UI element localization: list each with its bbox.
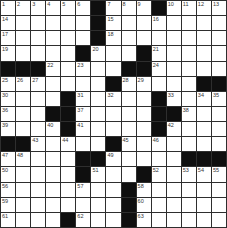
crossword-board: 1234567891011121314151617181920212223242… xyxy=(0,0,227,228)
grid-cell-r14c7[interactable] xyxy=(91,198,105,212)
grid-cell-r1c14[interactable]: 12 xyxy=(197,1,211,15)
grid-cell-r5c12[interactable] xyxy=(167,62,181,76)
grid-cell-r14c3[interactable] xyxy=(31,198,45,212)
grid-cell-r4c12[interactable] xyxy=(167,46,181,60)
grid-cell-r3c11[interactable] xyxy=(152,31,166,45)
black-cell-r6c14 xyxy=(197,77,211,91)
grid-cell-r10c6[interactable] xyxy=(76,137,90,151)
grid-cell-r1c8[interactable]: 7 xyxy=(106,1,120,15)
grid-cell-r3c6[interactable] xyxy=(76,31,90,45)
clue-number-1: 1 xyxy=(2,1,5,7)
grid-cell-r9c4[interactable]: 40 xyxy=(46,122,60,136)
grid-cell-r15c11[interactable] xyxy=(152,213,166,227)
grid-cell-r6c13[interactable] xyxy=(182,77,196,91)
grid-cell-r3c2[interactable] xyxy=(16,31,30,45)
grid-cell-r5c11[interactable]: 24 xyxy=(152,62,166,76)
grid-cell-r7c15[interactable]: 35 xyxy=(212,92,226,106)
grid-cell-r6c7[interactable] xyxy=(91,77,105,91)
grid-cell-r9c13[interactable] xyxy=(182,122,196,136)
clue-number-61: 61 xyxy=(2,213,8,219)
grid-cell-r6c5[interactable] xyxy=(61,77,75,91)
clue-number-31: 31 xyxy=(77,92,83,98)
grid-cell-r10c11[interactable]: 46 xyxy=(152,137,166,151)
grid-cell-r3c15[interactable] xyxy=(212,31,226,45)
grid-cell-r2c13[interactable] xyxy=(182,16,196,30)
grid-cell-r13c15[interactable] xyxy=(212,183,226,197)
grid-cell-r9c10[interactable] xyxy=(137,122,151,136)
black-cell-r11c6 xyxy=(76,152,90,166)
grid-cell-r3c1[interactable]: 17 xyxy=(1,31,15,45)
grid-cell-r12c15[interactable]: 55 xyxy=(212,167,226,181)
black-cell-r14c9 xyxy=(122,198,136,212)
grid-cell-r11c2[interactable]: 48 xyxy=(16,152,30,166)
grid-cell-r5c6[interactable]: 23 xyxy=(76,62,90,76)
grid-cell-r8c9[interactable] xyxy=(122,107,136,121)
clue-number-60: 60 xyxy=(138,198,144,204)
grid-cell-r8c1[interactable]: 36 xyxy=(1,107,15,121)
clue-number-29: 29 xyxy=(138,77,144,83)
clue-number-4: 4 xyxy=(47,1,50,7)
grid-cell-r7c1[interactable]: 30 xyxy=(1,92,15,106)
clue-number-28: 28 xyxy=(123,77,129,83)
grid-cell-r7c2[interactable] xyxy=(16,92,30,106)
grid-cell-r6c1[interactable]: 25 xyxy=(1,77,15,91)
black-cell-r1c7 xyxy=(91,1,105,15)
grid-cell-r15c14[interactable] xyxy=(197,213,211,227)
grid-cell-r9c3[interactable] xyxy=(31,122,45,136)
black-cell-r5c2 xyxy=(16,62,30,76)
grid-cell-r10c5[interactable]: 44 xyxy=(61,137,75,151)
grid-cell-r12c12[interactable] xyxy=(167,167,181,181)
clue-number-59: 59 xyxy=(2,198,8,204)
grid-cell-r7c14[interactable]: 34 xyxy=(197,92,211,106)
grid-cell-r10c15[interactable] xyxy=(212,137,226,151)
black-cell-r15c5 xyxy=(61,213,75,227)
grid-cell-r12c11[interactable]: 52 xyxy=(152,167,166,181)
clue-number-41: 41 xyxy=(77,122,83,128)
grid-cell-r15c6[interactable]: 62 xyxy=(76,213,90,227)
grid-cell-r15c8[interactable] xyxy=(106,213,120,227)
grid-cell-r12c2[interactable] xyxy=(16,167,30,181)
grid-cell-r1c4[interactable]: 4 xyxy=(46,1,60,15)
grid-cell-r8c2[interactable] xyxy=(16,107,30,121)
grid-cell-r15c13[interactable] xyxy=(182,213,196,227)
grid-cell-r4c5[interactable] xyxy=(61,46,75,60)
black-cell-r2c7 xyxy=(91,16,105,30)
grid-cell-r7c13[interactable] xyxy=(182,92,196,106)
grid-cell-r4c1[interactable]: 19 xyxy=(1,46,15,60)
clue-number-39: 39 xyxy=(2,122,8,128)
grid-cell-r14c2[interactable] xyxy=(16,198,30,212)
clue-number-8: 8 xyxy=(123,1,126,7)
grid-cell-r15c7[interactable] xyxy=(91,213,105,227)
clue-number-47: 47 xyxy=(2,152,8,158)
grid-cell-r12c13[interactable]: 53 xyxy=(182,167,196,181)
grid-cell-r1c13[interactable]: 11 xyxy=(182,1,196,15)
black-cell-r7c5 xyxy=(61,92,75,106)
grid-cell-r1c6[interactable]: 6 xyxy=(76,1,90,15)
grid-cell-r9c7[interactable] xyxy=(91,122,105,136)
clue-number-14: 14 xyxy=(2,16,8,22)
grid-cell-r8c6[interactable]: 37 xyxy=(76,107,90,121)
grid-cell-r15c4[interactable] xyxy=(46,213,60,227)
clue-number-51: 51 xyxy=(92,167,98,173)
clue-number-54: 54 xyxy=(198,167,204,173)
clue-number-21: 21 xyxy=(153,46,159,52)
clue-number-5: 5 xyxy=(62,1,65,7)
grid-cell-r7c8[interactable]: 32 xyxy=(106,92,120,106)
grid-cell-r6c3[interactable]: 27 xyxy=(31,77,45,91)
grid-cell-r1c9[interactable]: 8 xyxy=(122,1,136,15)
grid-cell-r10c13[interactable] xyxy=(182,137,196,151)
clue-number-48: 48 xyxy=(17,152,23,158)
grid-cell-r11c8[interactable]: 49 xyxy=(106,152,120,166)
black-cell-r15c9 xyxy=(122,213,136,227)
grid-cell-r13c4[interactable] xyxy=(46,183,60,197)
grid-cell-r13c12[interactable] xyxy=(167,183,181,197)
black-cell-r4c10 xyxy=(137,46,151,60)
grid-cell-r15c12[interactable] xyxy=(167,213,181,227)
grid-cell-r1c1[interactable]: 1 xyxy=(1,1,15,15)
clue-number-45: 45 xyxy=(123,137,129,143)
clue-number-34: 34 xyxy=(198,92,204,98)
grid-cell-r2c3[interactable] xyxy=(31,16,45,30)
clue-number-6: 6 xyxy=(77,1,80,7)
black-cell-r5c1 xyxy=(1,62,15,76)
grid-cell-r9c9[interactable] xyxy=(122,122,136,136)
grid-cell-r8c8[interactable] xyxy=(106,107,120,121)
black-cell-r1c11 xyxy=(152,1,166,15)
grid-cell-r10c14[interactable] xyxy=(197,137,211,151)
grid-cell-r15c1[interactable]: 61 xyxy=(1,213,15,227)
grid-cell-r14c8[interactable] xyxy=(106,198,120,212)
grid-cell-r3c14[interactable] xyxy=(197,31,211,45)
grid-cell-r4c4[interactable] xyxy=(46,46,60,60)
grid-cell-r13c3[interactable] xyxy=(31,183,45,197)
clue-number-17: 17 xyxy=(2,31,8,37)
black-cell-r10c8 xyxy=(106,137,120,151)
grid-cell-r11c5[interactable] xyxy=(61,152,75,166)
clue-number-53: 53 xyxy=(183,167,189,173)
clue-number-43: 43 xyxy=(32,137,38,143)
grid-cell-r14c5[interactable] xyxy=(61,198,75,212)
grid-cell-r9c8[interactable] xyxy=(106,122,120,136)
clue-number-24: 24 xyxy=(153,62,159,68)
grid-cell-r5c15[interactable] xyxy=(212,62,226,76)
black-cell-r8c5 xyxy=(61,107,75,121)
grid-cell-r6c6[interactable] xyxy=(76,77,90,91)
grid-cell-r2c12[interactable] xyxy=(167,16,181,30)
grid-cell-r14c6[interactable] xyxy=(76,198,90,212)
clue-number-12: 12 xyxy=(198,1,204,7)
clue-number-25: 25 xyxy=(2,77,8,83)
grid-cell-r14c10[interactable]: 60 xyxy=(137,198,151,212)
clue-number-35: 35 xyxy=(213,92,219,98)
clue-number-46: 46 xyxy=(153,137,159,143)
grid-cell-r13c6[interactable]: 57 xyxy=(76,183,90,197)
black-cell-r9c11 xyxy=(152,122,166,136)
grid-cell-r2c8[interactable]: 15 xyxy=(106,16,120,30)
grid-cell-r2c15[interactable] xyxy=(212,16,226,30)
clue-number-16: 16 xyxy=(153,16,159,22)
clue-number-10: 10 xyxy=(168,1,174,7)
grid-cell-r15c10[interactable]: 63 xyxy=(137,213,151,227)
black-cell-r11c7 xyxy=(91,152,105,166)
clue-number-37: 37 xyxy=(77,107,83,113)
clue-number-50: 50 xyxy=(2,167,8,173)
grid-cell-r15c2[interactable] xyxy=(16,213,30,227)
black-cell-r11c13 xyxy=(182,152,196,166)
grid-cell-r13c8[interactable] xyxy=(106,183,120,197)
grid-cell-r7c3[interactable] xyxy=(31,92,45,106)
grid-cell-r8c15[interactable] xyxy=(212,107,226,121)
clue-number-27: 27 xyxy=(32,77,38,83)
clue-number-20: 20 xyxy=(92,46,98,52)
black-cell-r5c10 xyxy=(137,62,151,76)
grid-cell-r9c15[interactable] xyxy=(212,122,226,136)
grid-cell-r11c10[interactable] xyxy=(137,152,151,166)
grid-cell-r14c1[interactable]: 59 xyxy=(1,198,15,212)
grid-cell-r13c1[interactable]: 56 xyxy=(1,183,15,197)
grid-cell-r13c7[interactable] xyxy=(91,183,105,197)
clue-number-11: 11 xyxy=(183,1,189,7)
grid-cell-r15c15[interactable] xyxy=(212,213,226,227)
grid-cell-r2c9[interactable] xyxy=(122,16,136,30)
black-cell-r5c3 xyxy=(31,62,45,76)
grid-cell-r4c7[interactable]: 20 xyxy=(91,46,105,60)
grid-cell-r14c13[interactable] xyxy=(182,198,196,212)
grid-cell-r11c1[interactable]: 47 xyxy=(1,152,15,166)
grid-cell-r8c14[interactable] xyxy=(197,107,211,121)
grid-cell-r9c12[interactable]: 42 xyxy=(167,122,181,136)
grid-cell-r8c13[interactable]: 38 xyxy=(182,107,196,121)
clue-number-32: 32 xyxy=(107,92,113,98)
clue-number-44: 44 xyxy=(62,137,68,143)
grid-cell-r7c6[interactable]: 31 xyxy=(76,92,90,106)
grid-cell-r3c10[interactable] xyxy=(137,31,151,45)
grid-cell-r13c14[interactable] xyxy=(197,183,211,197)
grid-cell-r11c12[interactable] xyxy=(167,152,181,166)
grid-cell-r13c5[interactable] xyxy=(61,183,75,197)
clue-number-57: 57 xyxy=(77,183,83,189)
black-cell-r13c9 xyxy=(122,183,136,197)
grid-cell-r6c12[interactable] xyxy=(167,77,181,91)
clue-number-36: 36 xyxy=(2,107,8,113)
clue-number-49: 49 xyxy=(107,152,113,158)
grid-cell-r4c14[interactable] xyxy=(197,46,211,60)
grid-cell-r13c11[interactable] xyxy=(152,183,166,197)
grid-cell-r12c9[interactable] xyxy=(122,167,136,181)
clue-number-13: 13 xyxy=(213,1,219,7)
clue-number-18: 18 xyxy=(107,31,113,37)
grid-cell-r11c9[interactable] xyxy=(122,152,136,166)
black-cell-r4c6 xyxy=(76,46,90,60)
clue-number-3: 3 xyxy=(32,1,35,7)
grid-cell-r1c12[interactable]: 10 xyxy=(167,1,181,15)
black-cell-r12c10 xyxy=(137,167,151,181)
grid-cell-r12c4[interactable] xyxy=(46,167,60,181)
clue-number-2: 2 xyxy=(17,1,20,7)
grid-cell-r4c15[interactable] xyxy=(212,46,226,60)
crossword-puzzle: 1234567891011121314151617181920212223242… xyxy=(0,0,227,228)
clue-number-55: 55 xyxy=(213,167,219,173)
grid-cell-r11c4[interactable] xyxy=(46,152,60,166)
grid-cell-r6c2[interactable]: 26 xyxy=(16,77,30,91)
grid-cell-r1c10[interactable]: 9 xyxy=(137,1,151,15)
clue-number-30: 30 xyxy=(2,92,8,98)
grid-cell-r6c11[interactable] xyxy=(152,77,166,91)
black-cell-r6c15 xyxy=(212,77,226,91)
black-cell-r11c14 xyxy=(197,152,211,166)
grid-cell-r7c9[interactable] xyxy=(122,92,136,106)
black-cell-r8c12 xyxy=(167,107,181,121)
grid-cell-r6c4[interactable] xyxy=(46,77,60,91)
grid-cell-r12c7[interactable]: 51 xyxy=(91,167,105,181)
grid-cell-r9c14[interactable] xyxy=(197,122,211,136)
clue-number-19: 19 xyxy=(2,46,8,52)
clue-number-26: 26 xyxy=(17,77,23,83)
grid-cell-r2c1[interactable]: 14 xyxy=(1,16,15,30)
black-cell-r12c6 xyxy=(76,167,90,181)
grid-cell-r14c14[interactable] xyxy=(197,198,211,212)
grid-cell-r14c4[interactable] xyxy=(46,198,60,212)
black-cell-r9c5 xyxy=(61,122,75,136)
clue-number-52: 52 xyxy=(153,167,159,173)
grid-cell-r14c15[interactable] xyxy=(212,198,226,212)
grid-cell-r12c5[interactable] xyxy=(61,167,75,181)
clue-number-38: 38 xyxy=(183,107,189,113)
grid-cell-r7c4[interactable] xyxy=(46,92,60,106)
grid-cell-r10c7[interactable] xyxy=(91,137,105,151)
black-cell-r8c4 xyxy=(46,107,60,121)
grid-cell-r7c7[interactable] xyxy=(91,92,105,106)
black-cell-r8c11 xyxy=(152,107,166,121)
clue-number-42: 42 xyxy=(168,122,174,128)
clue-number-33: 33 xyxy=(168,92,174,98)
grid-cell-r12c8[interactable] xyxy=(106,167,120,181)
grid-cell-r15c3[interactable] xyxy=(31,213,45,227)
grid-cell-r2c5[interactable] xyxy=(61,16,75,30)
grid-cell-r14c11[interactable] xyxy=(152,198,166,212)
black-cell-r10c2 xyxy=(16,137,30,151)
grid-cell-r4c2[interactable] xyxy=(16,46,30,60)
grid-cell-r11c11[interactable] xyxy=(152,152,166,166)
grid-cell-r5c7[interactable] xyxy=(91,62,105,76)
grid-cell-r6c9[interactable]: 28 xyxy=(122,77,136,91)
grid-cell-r3c8[interactable]: 18 xyxy=(106,31,120,45)
grid-cell-r5c13[interactable] xyxy=(182,62,196,76)
grid-cell-r10c4[interactable] xyxy=(46,137,60,151)
grid-cell-r13c13[interactable] xyxy=(182,183,196,197)
grid-cell-r12c3[interactable] xyxy=(31,167,45,181)
grid-cell-r10c9[interactable]: 45 xyxy=(122,137,136,151)
grid-cell-r4c9[interactable] xyxy=(122,46,136,60)
grid-cell-r4c11[interactable]: 21 xyxy=(152,46,166,60)
clue-number-22: 22 xyxy=(47,62,53,68)
grid-cell-r12c14[interactable]: 54 xyxy=(197,167,211,181)
grid-cell-r11c3[interactable] xyxy=(31,152,45,166)
grid-cell-r8c3[interactable] xyxy=(31,107,45,121)
clue-number-7: 7 xyxy=(107,1,110,7)
grid-cell-r7c10[interactable] xyxy=(137,92,151,106)
grid-cell-r7c12[interactable]: 33 xyxy=(167,92,181,106)
grid-cell-r13c10[interactable]: 58 xyxy=(137,183,151,197)
grid-cell-r1c3[interactable]: 3 xyxy=(31,1,45,15)
grid-cell-r2c4[interactable] xyxy=(46,16,60,30)
grid-cell-r2c14[interactable] xyxy=(197,16,211,30)
grid-cell-r2c10[interactable] xyxy=(137,16,151,30)
clue-number-56: 56 xyxy=(2,183,8,189)
grid-cell-r1c15[interactable]: 13 xyxy=(212,1,226,15)
grid-cell-r10c12[interactable] xyxy=(167,137,181,151)
grid-cell-r10c3[interactable]: 43 xyxy=(31,137,45,151)
grid-cell-r4c8[interactable] xyxy=(106,46,120,60)
grid-cell-r8c7[interactable] xyxy=(91,107,105,121)
grid-cell-r12c1[interactable]: 50 xyxy=(1,167,15,181)
grid-cell-r9c1[interactable]: 39 xyxy=(1,122,15,136)
grid-cell-r5c8[interactable] xyxy=(106,62,120,76)
black-cell-r6c8 xyxy=(106,77,120,91)
grid-cell-r5c5[interactable] xyxy=(61,62,75,76)
black-cell-r3c7 xyxy=(91,31,105,45)
grid-cell-r2c6[interactable] xyxy=(76,16,90,30)
grid-cell-r4c3[interactable] xyxy=(31,46,45,60)
clue-number-63: 63 xyxy=(138,213,144,219)
grid-cell-r10c10[interactable] xyxy=(137,137,151,151)
grid-cell-r3c13[interactable] xyxy=(182,31,196,45)
grid-cell-r5c4[interactable]: 22 xyxy=(46,62,60,76)
grid-cell-r3c4[interactable] xyxy=(46,31,60,45)
black-cell-r7c11 xyxy=(152,92,166,106)
clue-number-9: 9 xyxy=(138,1,141,7)
grid-cell-r3c12[interactable] xyxy=(167,31,181,45)
grid-cell-r8c10[interactable] xyxy=(137,107,151,121)
grid-cell-r9c2[interactable] xyxy=(16,122,30,136)
grid-cell-r5c14[interactable] xyxy=(197,62,211,76)
grid-cell-r2c2[interactable] xyxy=(16,16,30,30)
grid-cell-r14c12[interactable] xyxy=(167,198,181,212)
grid-cell-r2c11[interactable]: 16 xyxy=(152,16,166,30)
grid-cell-r6c10[interactable]: 29 xyxy=(137,77,151,91)
black-cell-r11c15 xyxy=(212,152,226,166)
clue-number-23: 23 xyxy=(77,62,83,68)
grid-cell-r1c5[interactable]: 5 xyxy=(61,1,75,15)
grid-cell-r1c2[interactable]: 2 xyxy=(16,1,30,15)
clue-number-58: 58 xyxy=(138,183,144,189)
clue-number-40: 40 xyxy=(47,122,53,128)
grid-cell-r4c13[interactable] xyxy=(182,46,196,60)
clue-number-62: 62 xyxy=(77,213,83,219)
grid-cell-r9c6[interactable]: 41 xyxy=(76,122,90,136)
grid-cell-r3c9[interactable] xyxy=(122,31,136,45)
black-cell-r10c1 xyxy=(1,137,15,151)
grid-cell-r3c5[interactable] xyxy=(61,31,75,45)
grid-cell-r3c3[interactable] xyxy=(31,31,45,45)
grid-cell-r13c2[interactable] xyxy=(16,183,30,197)
clue-number-15: 15 xyxy=(107,16,113,22)
black-cell-r5c9 xyxy=(122,62,136,76)
